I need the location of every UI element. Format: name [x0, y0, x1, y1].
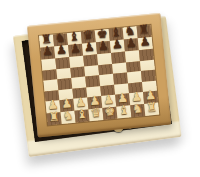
board-square: ♜: [144, 103, 159, 116]
chess-piece-dark-rook: ♜: [138, 23, 150, 36]
chess-board: ♜♞♝♛♚♝♞♜♟♟♟♟♟♟♟♟♟♟♟♟♟♟♟♟♜♞♝♛♚♝♞♜: [27, 13, 171, 138]
chess-piece-light-pawn: ♟: [103, 93, 115, 106]
chess-piece-light-pawn: ♟: [130, 90, 142, 103]
board-square: ♞: [61, 111, 76, 124]
board-square: ♚: [102, 107, 117, 120]
chess-piece-light-pawn: ♟: [61, 97, 73, 110]
chess-piece-dark-king: ♚: [96, 27, 108, 40]
chess-piece-dark-pawn: ♟: [125, 36, 137, 49]
chess-piece-dark-rook: ♜: [40, 33, 52, 46]
product-photo: ♜♞♝♛♚♝♞♜♟♟♟♟♟♟♟♟♟♟♟♟♟♟♟♟♜♞♝♛♚♝♞♜: [0, 0, 200, 177]
chess-piece-dark-knight: ♞: [54, 31, 66, 44]
chess-piece-dark-pawn: ♟: [139, 35, 151, 48]
chess-piece-light-pawn: ♟: [117, 92, 129, 105]
chess-piece-light-rook: ♜: [146, 101, 158, 114]
board-square: ♜: [47, 112, 62, 125]
chess-piece-dark-queen: ♛: [82, 29, 94, 42]
board-square: ♞: [130, 104, 145, 117]
chess-piece-dark-pawn: ♟: [56, 43, 68, 56]
chess-piece-light-bishop: ♝: [76, 108, 88, 121]
chess-piece-dark-pawn: ♟: [69, 42, 81, 55]
board-square: ♝: [116, 105, 131, 118]
chess-piece-light-bishop: ♝: [118, 103, 130, 116]
chess-piece-dark-bishop: ♝: [68, 30, 80, 43]
chess-piece-light-knight: ♞: [132, 102, 144, 115]
chess-piece-dark-pawn: ♟: [111, 38, 123, 51]
board-square: ♝: [74, 109, 89, 122]
chess-piece-light-pawn: ♟: [75, 96, 87, 109]
chess-piece-light-pawn: ♟: [47, 98, 59, 111]
chess-piece-dark-pawn: ♟: [83, 41, 95, 54]
board-grid: ♜♞♝♛♚♝♞♜♟♟♟♟♟♟♟♟♟♟♟♟♟♟♟♟♜♞♝♛♚♝♞♜: [39, 25, 159, 125]
board-square: ♛: [88, 108, 103, 121]
chess-piece-light-pawn: ♟: [144, 89, 156, 102]
chess-piece-light-pawn: ♟: [89, 94, 101, 107]
chess-piece-dark-knight: ♞: [124, 24, 136, 37]
chess-piece-dark-bishop: ♝: [110, 26, 122, 39]
chess-piece-light-rook: ♜: [48, 110, 60, 123]
chess-piece-light-king: ♚: [104, 105, 116, 118]
chess-piece-dark-pawn: ♟: [42, 45, 54, 58]
chess-piece-light-queen: ♛: [90, 106, 102, 119]
chess-piece-light-knight: ♞: [62, 109, 74, 122]
chess-piece-dark-pawn: ♟: [97, 39, 109, 52]
